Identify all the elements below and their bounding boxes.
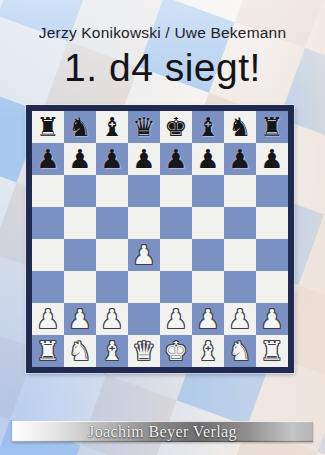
square-f3 [192, 271, 224, 303]
black-knight: ♞ [228, 111, 251, 143]
square-a3 [32, 271, 64, 303]
white-bishop: ♝ [100, 335, 123, 367]
square-c8: ♝ [96, 111, 128, 143]
square-e8: ♚ [160, 111, 192, 143]
black-bishop: ♝ [196, 111, 219, 143]
square-e3 [160, 271, 192, 303]
white-king: ♚ [164, 335, 187, 367]
square-g2: ♟ [224, 303, 256, 335]
black-king: ♚ [164, 111, 187, 143]
black-pawn: ♟ [228, 143, 251, 175]
publisher-bar: Joachim Beyer Verlag [12, 421, 313, 442]
white-rook: ♜ [260, 335, 283, 367]
square-b2: ♟ [64, 303, 96, 335]
square-f2: ♟ [192, 303, 224, 335]
black-pawn: ♟ [132, 143, 155, 175]
black-rook: ♜ [260, 111, 283, 143]
square-f4 [192, 239, 224, 271]
square-h5 [256, 207, 288, 239]
square-d3 [128, 271, 160, 303]
square-c6 [96, 175, 128, 207]
white-pawn: ♟ [132, 239, 155, 271]
square-h6 [256, 175, 288, 207]
white-bishop: ♝ [196, 335, 219, 367]
square-d4: ♟ [128, 239, 160, 271]
square-c1: ♝ [96, 335, 128, 367]
square-b5 [64, 207, 96, 239]
square-d1: ♛ [128, 335, 160, 367]
book-title: 1. d4 siegt! [0, 48, 325, 89]
square-e5 [160, 207, 192, 239]
square-d8: ♛ [128, 111, 160, 143]
black-pawn: ♟ [164, 143, 187, 175]
square-f7: ♟ [192, 143, 224, 175]
white-queen: ♛ [132, 335, 155, 367]
square-f5 [192, 207, 224, 239]
square-h2: ♟ [256, 303, 288, 335]
square-a8: ♜ [32, 111, 64, 143]
square-g4 [224, 239, 256, 271]
square-h1: ♜ [256, 335, 288, 367]
white-pawn: ♟ [36, 303, 59, 335]
square-g5 [224, 207, 256, 239]
black-pawn: ♟ [68, 143, 91, 175]
square-d2 [128, 303, 160, 335]
square-a4 [32, 239, 64, 271]
black-pawn: ♟ [36, 143, 59, 175]
square-a6 [32, 175, 64, 207]
book-cover: Jerzy Konikowski / Uwe Bekemann 1. d4 si… [0, 0, 325, 455]
square-b3 [64, 271, 96, 303]
black-rook: ♜ [36, 111, 59, 143]
square-a7: ♟ [32, 143, 64, 175]
square-g1: ♞ [224, 335, 256, 367]
square-d6 [128, 175, 160, 207]
black-pawn: ♟ [260, 143, 283, 175]
white-pawn: ♟ [196, 303, 219, 335]
square-b7: ♟ [64, 143, 96, 175]
white-pawn: ♟ [260, 303, 283, 335]
square-a2: ♟ [32, 303, 64, 335]
square-g3 [224, 271, 256, 303]
square-a5 [32, 207, 64, 239]
square-c4 [96, 239, 128, 271]
black-queen: ♛ [132, 111, 155, 143]
square-c5 [96, 207, 128, 239]
square-d7: ♟ [128, 143, 160, 175]
square-h8: ♜ [256, 111, 288, 143]
square-e1: ♚ [160, 335, 192, 367]
square-h3 [256, 271, 288, 303]
square-b8: ♞ [64, 111, 96, 143]
white-pawn: ♟ [68, 303, 91, 335]
square-g7: ♟ [224, 143, 256, 175]
black-pawn: ♟ [196, 143, 219, 175]
square-f8: ♝ [192, 111, 224, 143]
white-rook: ♜ [36, 335, 59, 367]
square-e2: ♟ [160, 303, 192, 335]
square-h4 [256, 239, 288, 271]
white-pawn: ♟ [164, 303, 187, 335]
square-h7: ♟ [256, 143, 288, 175]
square-c3 [96, 271, 128, 303]
chess-board: ♜♞♝♛♚♝♞♜♟♟♟♟♟♟♟♟♟♟♟♟♟♟♟♟♜♞♝♛♚♝♞♜ [26, 105, 294, 373]
publisher-name: Joachim Beyer Verlag [88, 423, 237, 441]
square-a1: ♜ [32, 335, 64, 367]
square-g6 [224, 175, 256, 207]
black-pawn: ♟ [100, 143, 123, 175]
square-c7: ♟ [96, 143, 128, 175]
square-b1: ♞ [64, 335, 96, 367]
square-e4 [160, 239, 192, 271]
white-knight: ♞ [228, 335, 251, 367]
author-names: Jerzy Konikowski / Uwe Bekemann [0, 24, 325, 42]
square-b6 [64, 175, 96, 207]
square-e7: ♟ [160, 143, 192, 175]
square-g8: ♞ [224, 111, 256, 143]
square-f6 [192, 175, 224, 207]
white-knight: ♞ [68, 335, 91, 367]
square-e6 [160, 175, 192, 207]
square-b4 [64, 239, 96, 271]
white-pawn: ♟ [228, 303, 251, 335]
square-c2: ♟ [96, 303, 128, 335]
square-f1: ♝ [192, 335, 224, 367]
black-bishop: ♝ [100, 111, 123, 143]
black-knight: ♞ [68, 111, 91, 143]
square-d5 [128, 207, 160, 239]
white-pawn: ♟ [100, 303, 123, 335]
